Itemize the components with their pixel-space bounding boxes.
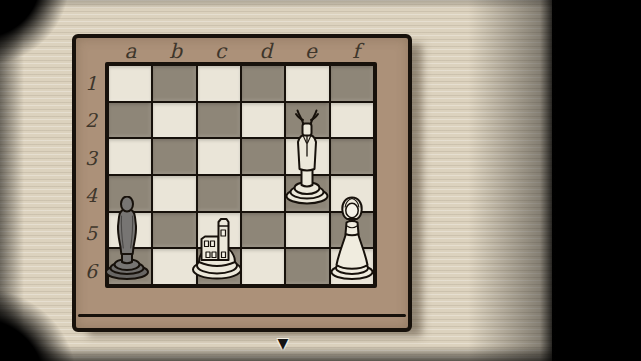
square-f1[interactable] [331,66,373,101]
row-label-5: 5 [85,223,97,242]
settings-button[interactable] [600,3,622,25]
square-f2[interactable] [331,103,373,138]
square-c2[interactable] [198,103,240,138]
square-d6[interactable] [242,249,284,284]
inventory-sidebar [552,0,641,361]
square-c1[interactable] [198,66,240,101]
square-e1[interactable] [286,66,328,101]
square-c3[interactable] [198,139,240,174]
piece-hotel-building[interactable] [190,210,244,280]
square-b2[interactable] [153,103,195,138]
navigate-down-arrow[interactable]: ▼ [278,336,289,350]
inventory-slot-frame [572,247,600,277]
inventory-slot-1[interactable] [565,32,607,76]
square-d4[interactable] [242,176,284,211]
row-label-3: 3 [85,148,97,167]
row-label-1: 1 [85,73,97,92]
square-a2[interactable] [109,103,151,138]
square-c4[interactable] [198,176,240,211]
inventory-slot-3[interactable] [565,136,607,180]
square-b4[interactable] [153,176,195,211]
inventory-slot-2[interactable] [565,84,607,128]
row-label-4: 4 [85,186,97,205]
inventory-slot-frame [572,39,600,69]
board-frame-groove [78,314,406,317]
gear-icon [600,3,622,25]
inventory-slot-frame [572,91,600,121]
col-label-f: f [352,41,359,61]
row-label-6: 6 [85,261,97,280]
inventory-slot-frame [572,299,600,329]
square-d1[interactable] [242,66,284,101]
square-a3[interactable] [109,139,151,174]
square-a1[interactable] [109,66,151,101]
col-label-e: e [305,41,317,61]
piece-dark-man-statue[interactable] [102,196,152,280]
col-label-a: a [125,41,137,61]
col-label-d: d [259,41,272,61]
square-d5[interactable] [242,213,284,248]
square-d2[interactable] [242,103,284,138]
square-e6[interactable] [286,249,328,284]
inventory-slot-frame [572,143,600,173]
piece-deer-statue[interactable] [283,109,331,205]
chess-board: abcdef 123456 [72,34,412,332]
inventory-slot-frame [572,195,600,225]
piece-woman-statue[interactable] [327,196,377,280]
square-f3[interactable] [331,139,373,174]
square-b1[interactable] [153,66,195,101]
inventory-slot-4[interactable] [565,188,607,232]
col-label-c: c [215,41,226,61]
square-d3[interactable] [242,139,284,174]
game-screen: abcdef 123456 [0,0,641,361]
row-label-2: 2 [85,111,97,130]
square-b3[interactable] [153,139,195,174]
col-label-b: b [169,41,182,61]
square-e5[interactable] [286,213,328,248]
inventory-slot-5[interactable] [565,240,607,284]
inventory-slot-6[interactable] [565,292,607,336]
